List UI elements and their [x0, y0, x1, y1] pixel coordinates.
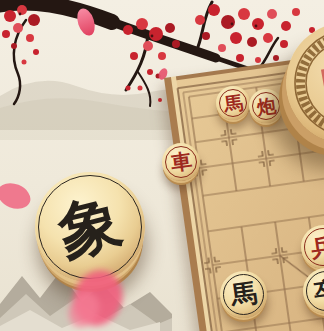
piece-glyph: 象	[52, 189, 127, 264]
piece-glyph: 車	[169, 150, 193, 173]
piece-glyph: 卒	[312, 277, 324, 305]
piece-glyph: 兵	[309, 234, 324, 261]
piece-black-horse[interactable]: 馬	[220, 271, 267, 318]
piece-glyph: 炮	[255, 95, 276, 116]
piece-red-horse[interactable]: 馬	[216, 86, 250, 120]
piece-glyph: 馬	[222, 92, 243, 113]
xiangqi-game-scene: 馬 炮 車 馬 兵 卒 帥 象	[0, 0, 324, 331]
piece-red-chariot[interactable]: 車	[162, 143, 200, 181]
piece-red-cannon[interactable]: 炮	[249, 89, 283, 123]
decorative-piece-black-elephant: 象	[35, 172, 145, 282]
piece-glyph: 馬	[229, 280, 258, 309]
